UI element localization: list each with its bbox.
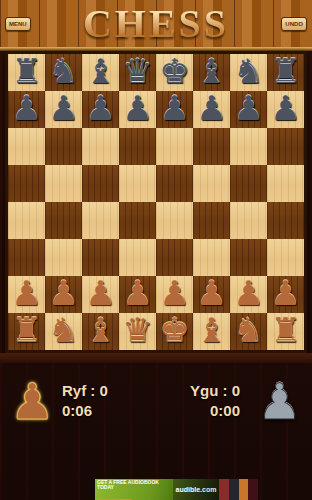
square-h4[interactable] [267, 202, 304, 239]
square-b6[interactable] [45, 128, 82, 165]
undo-button[interactable]: UNDO [281, 17, 307, 31]
menu-button[interactable]: MENU [5, 17, 31, 31]
piece-black-rook: ♜ [270, 54, 300, 88]
piece-white-pawn: ♟ [196, 276, 226, 310]
chess-board: ♜♞♝♛♚♝♞♜♟♟♟♟♟♟♟♟♟♟♟♟♟♟♟♟♜♞♝♛♚♝♞♜ [5, 51, 307, 353]
square-g2[interactable]: ♟ [230, 276, 267, 313]
ad-banner[interactable]: GET A FREE AUDIOBOOK TODAY Download App … [95, 479, 258, 500]
ad-domain-text: .com [200, 486, 216, 493]
square-h6[interactable] [267, 128, 304, 165]
piece-white-rook: ♜ [11, 313, 41, 347]
piece-white-bishop: ♝ [85, 313, 115, 347]
square-a6[interactable] [8, 128, 45, 165]
square-f8[interactable]: ♝ [193, 54, 230, 91]
piece-white-knight: ♞ [48, 313, 78, 347]
square-h8[interactable]: ♜ [267, 54, 304, 91]
ad-brand-text: audible [176, 486, 201, 493]
square-g8[interactable]: ♞ [230, 54, 267, 91]
board-shelf [0, 353, 312, 363]
piece-black-pawn: ♟ [11, 91, 41, 125]
square-a5[interactable] [8, 165, 45, 202]
black-player-clock: 0:00 [130, 402, 240, 419]
piece-black-knight: ♞ [233, 54, 263, 88]
square-f2[interactable]: ♟ [193, 276, 230, 313]
square-d8[interactable]: ♛ [119, 54, 156, 91]
square-a3[interactable] [8, 239, 45, 276]
square-b1[interactable]: ♞ [45, 313, 82, 350]
square-a4[interactable] [8, 202, 45, 239]
square-h2[interactable]: ♟ [267, 276, 304, 313]
square-d7[interactable]: ♟ [119, 91, 156, 128]
piece-white-pawn: ♟ [48, 276, 78, 310]
square-c8[interactable]: ♝ [82, 54, 119, 91]
piece-black-bishop: ♝ [196, 54, 226, 88]
piece-white-knight: ♞ [233, 313, 263, 347]
square-c2[interactable]: ♟ [82, 276, 119, 313]
square-d6[interactable] [119, 128, 156, 165]
square-e1[interactable]: ♚ [156, 313, 193, 350]
square-f7[interactable]: ♟ [193, 91, 230, 128]
square-a7[interactable]: ♟ [8, 91, 45, 128]
square-b3[interactable] [45, 239, 82, 276]
piece-white-king: ♚ [159, 313, 189, 347]
square-f5[interactable] [193, 165, 230, 202]
piece-white-bishop: ♝ [196, 313, 226, 347]
piece-black-bishop: ♝ [85, 54, 115, 88]
square-f1[interactable]: ♝ [193, 313, 230, 350]
square-a2[interactable]: ♟ [8, 276, 45, 313]
square-e4[interactable] [156, 202, 193, 239]
square-c1[interactable]: ♝ [82, 313, 119, 350]
header: CHESS MENU UNDO [0, 0, 312, 47]
square-h7[interactable]: ♟ [267, 91, 304, 128]
square-g3[interactable] [230, 239, 267, 276]
black-player-name-score: Ygu : 0 [130, 382, 240, 399]
square-c7[interactable]: ♟ [82, 91, 119, 128]
square-d2[interactable]: ♟ [119, 276, 156, 313]
square-e3[interactable] [156, 239, 193, 276]
square-e6[interactable] [156, 128, 193, 165]
piece-black-pawn: ♟ [159, 91, 189, 125]
square-e2[interactable]: ♟ [156, 276, 193, 313]
square-a1[interactable]: ♜ [8, 313, 45, 350]
square-f6[interactable] [193, 128, 230, 165]
ad-brand-logo: audible.com [173, 479, 219, 500]
square-e7[interactable]: ♟ [156, 91, 193, 128]
square-b4[interactable] [45, 202, 82, 239]
square-g5[interactable] [230, 165, 267, 202]
ad-headline-2: TODAY [97, 485, 171, 490]
square-c3[interactable] [82, 239, 119, 276]
square-d5[interactable] [119, 165, 156, 202]
square-c4[interactable] [82, 202, 119, 239]
white-pawn-icon: ♟ [10, 377, 55, 427]
piece-black-pawn: ♟ [48, 91, 78, 125]
square-b2[interactable]: ♟ [45, 276, 82, 313]
piece-white-pawn: ♟ [11, 276, 41, 310]
square-h1[interactable]: ♜ [267, 313, 304, 350]
piece-black-king: ♚ [159, 54, 189, 88]
piece-white-pawn: ♟ [159, 276, 189, 310]
piece-black-pawn: ♟ [196, 91, 226, 125]
square-c6[interactable] [82, 128, 119, 165]
square-d4[interactable] [119, 202, 156, 239]
square-b8[interactable]: ♞ [45, 54, 82, 91]
square-h5[interactable] [267, 165, 304, 202]
piece-white-queen: ♛ [122, 313, 152, 347]
black-pawn-icon: ♟ [257, 377, 302, 427]
piece-black-pawn: ♟ [85, 91, 115, 125]
piece-black-pawn: ♟ [270, 91, 300, 125]
square-c5[interactable] [82, 165, 119, 202]
ad-book-covers [219, 479, 258, 500]
square-f4[interactable] [193, 202, 230, 239]
piece-black-rook: ♜ [11, 54, 41, 88]
square-e8[interactable]: ♚ [156, 54, 193, 91]
piece-white-rook: ♜ [270, 313, 300, 347]
square-g4[interactable] [230, 202, 267, 239]
square-g7[interactable]: ♟ [230, 91, 267, 128]
app-title: CHESS [0, 0, 312, 47]
piece-white-pawn: ♟ [233, 276, 263, 310]
square-g1[interactable]: ♞ [230, 313, 267, 350]
square-h3[interactable] [267, 239, 304, 276]
piece-black-queen: ♛ [122, 54, 152, 88]
piece-white-pawn: ♟ [85, 276, 115, 310]
square-b7[interactable]: ♟ [45, 91, 82, 128]
square-e5[interactable] [156, 165, 193, 202]
piece-black-knight: ♞ [48, 54, 78, 88]
chess-app: CHESS MENU UNDO ♜♞♝♛♚♝♞♜♟♟♟♟♟♟♟♟♟♟♟♟♟♟♟♟… [0, 0, 312, 500]
square-f3[interactable] [193, 239, 230, 276]
square-b5[interactable] [45, 165, 82, 202]
square-a8[interactable]: ♜ [8, 54, 45, 91]
black-player-stats: Ygu : 0 0:00 [130, 382, 240, 419]
ad-text-block: GET A FREE AUDIOBOOK TODAY Download App [95, 479, 173, 500]
piece-white-pawn: ♟ [270, 276, 300, 310]
piece-white-pawn: ♟ [122, 276, 152, 310]
square-d1[interactable]: ♛ [119, 313, 156, 350]
piece-black-pawn: ♟ [233, 91, 263, 125]
square-d3[interactable] [119, 239, 156, 276]
piece-black-pawn: ♟ [122, 91, 152, 125]
square-g6[interactable] [230, 128, 267, 165]
